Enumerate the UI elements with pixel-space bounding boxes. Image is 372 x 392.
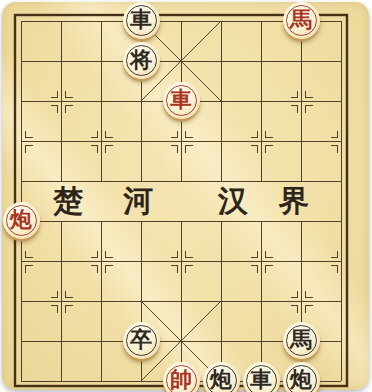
screenshot-root: 楚 河 汉 界 車馬将車炮卒馬帥炮車炮 bbox=[0, 0, 372, 392]
piece-glyph: 帥 bbox=[170, 369, 192, 391]
piece-glyph: 将 bbox=[130, 49, 152, 71]
piece-red-horse-top[interactable]: 馬 bbox=[283, 2, 320, 39]
piece-black-chariot-top[interactable]: 車 bbox=[123, 2, 160, 39]
piece-black-soldier[interactable]: 卒 bbox=[123, 322, 160, 359]
piece-black-cannon-right[interactable]: 炮 bbox=[283, 362, 320, 392]
piece-black-cannon-left[interactable]: 炮 bbox=[203, 362, 240, 392]
piece-red-cannon[interactable]: 炮 bbox=[3, 202, 40, 239]
piece-glyph: 馬 bbox=[290, 9, 312, 31]
piece-glyph: 炮 bbox=[210, 369, 232, 391]
piece-red-general[interactable]: 帥 bbox=[163, 362, 200, 392]
piece-glyph: 卒 bbox=[130, 329, 152, 351]
piece-glyph: 車 bbox=[170, 89, 192, 111]
piece-red-chariot[interactable]: 車 bbox=[163, 82, 200, 119]
piece-glyph: 車 bbox=[250, 369, 272, 391]
piece-glyph: 馬 bbox=[290, 329, 312, 351]
piece-glyph: 炮 bbox=[10, 209, 32, 231]
piece-black-general[interactable]: 将 bbox=[123, 42, 160, 79]
piece-black-horse[interactable]: 馬 bbox=[283, 322, 320, 359]
piece-glyph: 炮 bbox=[290, 369, 312, 391]
xiangqi-board[interactable]: 車馬将車炮卒馬帥炮車炮 bbox=[0, 0, 372, 392]
piece-black-chariot-bottom[interactable]: 車 bbox=[243, 362, 280, 392]
piece-glyph: 車 bbox=[130, 9, 152, 31]
